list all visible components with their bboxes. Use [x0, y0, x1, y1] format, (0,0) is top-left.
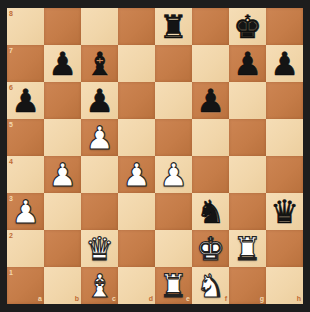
square-a5[interactable]: 5 — [7, 119, 44, 156]
square-g2[interactable]: ♜ — [229, 230, 266, 267]
square-d1[interactable]: d — [118, 267, 155, 304]
piece-black-pawn-h7[interactable]: ♟ — [266, 45, 303, 82]
square-f3[interactable]: ♞ — [192, 193, 229, 230]
square-d3[interactable] — [118, 193, 155, 230]
square-b8[interactable] — [44, 8, 81, 45]
square-g5[interactable] — [229, 119, 266, 156]
square-d7[interactable] — [118, 45, 155, 82]
square-f8[interactable] — [192, 8, 229, 45]
square-e7[interactable] — [155, 45, 192, 82]
square-h8[interactable] — [266, 8, 303, 45]
square-e6[interactable] — [155, 82, 192, 119]
square-b5[interactable] — [44, 119, 81, 156]
piece-white-pawn-a3[interactable]: ♟ — [7, 193, 44, 230]
square-d4[interactable]: ♟ — [118, 156, 155, 193]
square-b7[interactable]: ♟ — [44, 45, 81, 82]
square-e1[interactable]: e♜ — [155, 267, 192, 304]
square-h1[interactable]: h — [266, 267, 303, 304]
square-b2[interactable] — [44, 230, 81, 267]
piece-black-pawn-f6[interactable]: ♟ — [192, 82, 229, 119]
square-f6[interactable]: ♟ — [192, 82, 229, 119]
piece-white-king-f2[interactable]: ♚ — [192, 230, 229, 267]
square-d6[interactable] — [118, 82, 155, 119]
square-a8[interactable]: 8 — [7, 8, 44, 45]
square-f2[interactable]: ♚ — [192, 230, 229, 267]
square-a1[interactable]: 1a — [7, 267, 44, 304]
piece-black-knight-f3[interactable]: ♞ — [192, 193, 229, 230]
piece-white-knight-f1[interactable]: ♞ — [192, 267, 229, 304]
piece-white-queen-c2[interactable]: ♛ — [81, 230, 118, 267]
file-label-d: d — [149, 295, 153, 302]
square-b1[interactable]: b — [44, 267, 81, 304]
piece-white-pawn-b4[interactable]: ♟ — [44, 156, 81, 193]
square-g1[interactable]: g — [229, 267, 266, 304]
rank-label-5: 5 — [9, 121, 13, 128]
square-c4[interactable] — [81, 156, 118, 193]
file-label-g: g — [260, 295, 264, 302]
square-d8[interactable] — [118, 8, 155, 45]
square-a6[interactable]: 6♟ — [7, 82, 44, 119]
rank-label-2: 2 — [9, 232, 13, 239]
square-d2[interactable] — [118, 230, 155, 267]
chess-board: 8♜♚7♟♝♟♟6♟♟♟5♟4♟♟♟3♟♞♛2♛♚♜1abc♝de♜f♞gh — [7, 8, 303, 304]
square-c5[interactable]: ♟ — [81, 119, 118, 156]
file-label-h: h — [297, 295, 301, 302]
piece-black-bishop-c7[interactable]: ♝ — [81, 45, 118, 82]
piece-white-pawn-d4[interactable]: ♟ — [118, 156, 155, 193]
square-c3[interactable] — [81, 193, 118, 230]
square-g4[interactable] — [229, 156, 266, 193]
square-g6[interactable] — [229, 82, 266, 119]
board-frame: 8♜♚7♟♝♟♟6♟♟♟5♟4♟♟♟3♟♞♛2♛♚♜1abc♝de♜f♞gh — [0, 0, 310, 312]
square-c7[interactable]: ♝ — [81, 45, 118, 82]
piece-white-rook-g2[interactable]: ♜ — [229, 230, 266, 267]
square-h3[interactable]: ♛ — [266, 193, 303, 230]
square-b6[interactable] — [44, 82, 81, 119]
square-a2[interactable]: 2 — [7, 230, 44, 267]
square-f5[interactable] — [192, 119, 229, 156]
square-f7[interactable] — [192, 45, 229, 82]
piece-white-bishop-c1[interactable]: ♝ — [81, 267, 118, 304]
square-e2[interactable] — [155, 230, 192, 267]
square-c6[interactable]: ♟ — [81, 82, 118, 119]
square-a3[interactable]: 3♟ — [7, 193, 44, 230]
rank-label-7: 7 — [9, 47, 13, 54]
square-b4[interactable]: ♟ — [44, 156, 81, 193]
piece-white-rook-e1[interactable]: ♜ — [155, 267, 192, 304]
piece-black-pawn-a6[interactable]: ♟ — [7, 82, 44, 119]
piece-black-pawn-g7[interactable]: ♟ — [229, 45, 266, 82]
square-h6[interactable] — [266, 82, 303, 119]
square-b3[interactable] — [44, 193, 81, 230]
square-g3[interactable] — [229, 193, 266, 230]
square-f4[interactable] — [192, 156, 229, 193]
square-c8[interactable] — [81, 8, 118, 45]
piece-black-pawn-b7[interactable]: ♟ — [44, 45, 81, 82]
square-c2[interactable]: ♛ — [81, 230, 118, 267]
rank-label-4: 4 — [9, 158, 13, 165]
square-d5[interactable] — [118, 119, 155, 156]
rank-label-8: 8 — [9, 10, 13, 17]
file-label-a: a — [38, 295, 42, 302]
piece-black-king-g8[interactable]: ♚ — [229, 8, 266, 45]
piece-white-pawn-c5[interactable]: ♟ — [81, 119, 118, 156]
square-a7[interactable]: 7 — [7, 45, 44, 82]
square-e8[interactable]: ♜ — [155, 8, 192, 45]
square-h5[interactable] — [266, 119, 303, 156]
piece-black-queen-h3[interactable]: ♛ — [266, 193, 303, 230]
piece-black-rook-e8[interactable]: ♜ — [155, 8, 192, 45]
square-e3[interactable] — [155, 193, 192, 230]
square-h7[interactable]: ♟ — [266, 45, 303, 82]
square-h2[interactable] — [266, 230, 303, 267]
square-f1[interactable]: f♞ — [192, 267, 229, 304]
file-label-b: b — [75, 295, 79, 302]
square-h4[interactable] — [266, 156, 303, 193]
rank-label-1: 1 — [9, 269, 13, 276]
square-c1[interactable]: c♝ — [81, 267, 118, 304]
piece-black-pawn-c6[interactable]: ♟ — [81, 82, 118, 119]
square-a4[interactable]: 4 — [7, 156, 44, 193]
square-e5[interactable] — [155, 119, 192, 156]
piece-white-pawn-e4[interactable]: ♟ — [155, 156, 192, 193]
square-e4[interactable]: ♟ — [155, 156, 192, 193]
square-g7[interactable]: ♟ — [229, 45, 266, 82]
square-g8[interactable]: ♚ — [229, 8, 266, 45]
